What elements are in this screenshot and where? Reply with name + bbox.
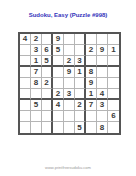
cell-r3c2: 1 <box>31 56 42 67</box>
cell-r8c4 <box>53 111 64 122</box>
cell-r2c5 <box>64 45 75 56</box>
sudoku-board-container: 42936529115237918829231454273658 <box>18 32 121 135</box>
cell-r9c5 <box>64 122 75 133</box>
cell-r2c7: 2 <box>86 45 97 56</box>
cell-r7c3 <box>42 100 53 111</box>
cell-r2c1 <box>20 45 31 56</box>
cell-r4c3 <box>42 67 53 78</box>
cell-r8c8 <box>97 111 108 122</box>
cell-r9c7 <box>86 122 97 133</box>
cell-r4c5: 9 <box>64 67 75 78</box>
cell-r6c9 <box>108 89 119 100</box>
cell-r7c6: 2 <box>75 100 86 111</box>
cell-r4c1 <box>20 67 31 78</box>
cell-r4c2: 7 <box>31 67 42 78</box>
cell-r9c1 <box>20 122 31 133</box>
cell-r6c3 <box>42 89 53 100</box>
cell-r4c9 <box>108 67 119 78</box>
cell-r5c7: 9 <box>86 78 97 89</box>
cell-r3c7 <box>86 56 97 67</box>
cell-r1c9 <box>108 34 119 45</box>
cell-r9c8: 8 <box>97 122 108 133</box>
page-title: Sudoku, Easy (Puzzle #998) <box>0 12 136 18</box>
cell-r9c3 <box>42 122 53 133</box>
cell-r6c6 <box>75 89 86 100</box>
cell-r7c7: 7 <box>86 100 97 111</box>
cell-r5c5 <box>64 78 75 89</box>
cell-r5c2: 8 <box>31 78 42 89</box>
cell-r6c8: 4 <box>97 89 108 100</box>
cell-r8c2 <box>31 111 42 122</box>
cell-r5c9 <box>108 78 119 89</box>
cell-r1c3 <box>42 34 53 45</box>
cell-r1c6 <box>75 34 86 45</box>
cell-r1c1: 4 <box>20 34 31 45</box>
cell-r7c5 <box>64 100 75 111</box>
cell-r9c6: 5 <box>75 122 86 133</box>
cell-r3c9 <box>108 56 119 67</box>
cell-r3c3: 5 <box>42 56 53 67</box>
cell-r1c4: 9 <box>53 34 64 45</box>
cell-r1c5 <box>64 34 75 45</box>
cell-r3c8 <box>97 56 108 67</box>
cell-r3c1 <box>20 56 31 67</box>
cell-r4c4 <box>53 67 64 78</box>
cell-r2c4: 5 <box>53 45 64 56</box>
footer-url: www.printfreesudoku.com <box>0 165 136 170</box>
cell-r1c8 <box>97 34 108 45</box>
cell-r8c6 <box>75 111 86 122</box>
cell-r3c4 <box>53 56 64 67</box>
cell-r4c6: 1 <box>75 67 86 78</box>
cell-r5c4 <box>53 78 64 89</box>
cell-r8c5 <box>64 111 75 122</box>
cell-r8c3 <box>42 111 53 122</box>
cell-r7c1 <box>20 100 31 111</box>
cell-r8c7 <box>86 111 97 122</box>
cell-r7c4: 4 <box>53 100 64 111</box>
cell-r2c6 <box>75 45 86 56</box>
cell-r4c7: 8 <box>86 67 97 78</box>
cell-r6c1 <box>20 89 31 100</box>
cell-r2c9: 1 <box>108 45 119 56</box>
cell-r8c9: 6 <box>108 111 119 122</box>
cell-r1c7 <box>86 34 97 45</box>
cell-r6c4: 2 <box>53 89 64 100</box>
cell-r6c7: 1 <box>86 89 97 100</box>
cell-r7c2: 5 <box>31 100 42 111</box>
cell-r3c5: 2 <box>64 56 75 67</box>
cell-r8c1 <box>20 111 31 122</box>
cell-r9c9 <box>108 122 119 133</box>
cell-r2c3: 6 <box>42 45 53 56</box>
cell-r9c2 <box>31 122 42 133</box>
sudoku-board: 42936529115237918829231454273658 <box>18 32 121 135</box>
cell-r5c3: 2 <box>42 78 53 89</box>
cell-r5c8 <box>97 78 108 89</box>
cell-r4c8 <box>97 67 108 78</box>
cell-r2c8: 9 <box>97 45 108 56</box>
cell-r6c5: 3 <box>64 89 75 100</box>
cell-r7c8: 3 <box>97 100 108 111</box>
cell-r2c2: 3 <box>31 45 42 56</box>
cell-r1c2: 2 <box>31 34 42 45</box>
cell-r9c4 <box>53 122 64 133</box>
cell-r6c2 <box>31 89 42 100</box>
cell-r5c6 <box>75 78 86 89</box>
cell-r5c1 <box>20 78 31 89</box>
cell-r3c6: 3 <box>75 56 86 67</box>
cell-r7c9 <box>108 100 119 111</box>
